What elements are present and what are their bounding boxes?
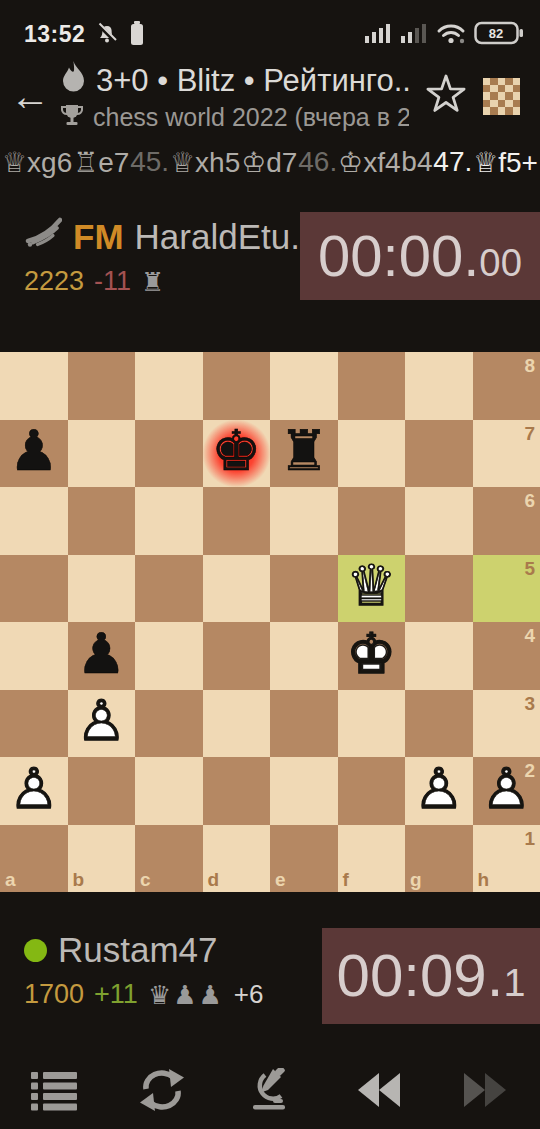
square-b7[interactable]: [68, 420, 136, 488]
mini-board-cell: [483, 85, 490, 92]
square-b3[interactable]: ♟: [68, 690, 136, 758]
svg-text:82: 82: [489, 26, 503, 41]
square-c1[interactable]: c: [135, 825, 203, 893]
black-pawn[interactable]: ♟: [9, 423, 59, 479]
battery-small-icon: [129, 20, 145, 50]
black-pawn[interactable]: ♟: [76, 626, 126, 682]
square-a1[interactable]: a: [0, 825, 68, 893]
mini-board-cell: [483, 78, 490, 85]
square-e7[interactable]: ♜: [270, 420, 338, 488]
file-label-c: c: [140, 870, 151, 889]
square-g6[interactable]: [405, 487, 473, 555]
square-f4[interactable]: ♚: [338, 622, 406, 690]
clock-top: 00:00.00: [300, 212, 540, 300]
move-token[interactable]: 46.: [298, 146, 337, 178]
square-h2[interactable]: 2♟: [473, 757, 540, 825]
mini-board-cell: [513, 100, 520, 107]
rating-diff-bottom: +11: [94, 979, 138, 1010]
move-list: ♕xg6♖e745.♕xh5♔d746.♔xf4b447.♕f5+: [0, 137, 540, 187]
square-h7[interactable]: 7: [473, 420, 540, 488]
square-h8[interactable]: 8: [473, 352, 540, 420]
square-d6[interactable]: [203, 487, 271, 555]
move-token[interactable]: ♔d7: [241, 146, 297, 179]
clock-bottom: 00:09.1: [322, 928, 540, 1024]
square-c8[interactable]: [135, 352, 203, 420]
white-pawn[interactable]: ♟: [9, 761, 59, 817]
file-label-f: f: [343, 870, 349, 889]
rank-label-8: 8: [524, 356, 535, 375]
mini-board-cell: [498, 92, 505, 99]
square-h4[interactable]: 4: [473, 622, 540, 690]
mini-board-cell: [513, 78, 520, 85]
square-g8[interactable]: [405, 352, 473, 420]
mini-board-icon[interactable]: [483, 78, 520, 115]
square-f3[interactable]: [338, 690, 406, 758]
mini-board-cell: [490, 85, 497, 92]
signal-bars-1-icon: [364, 22, 392, 48]
tournament-subtitle: chess world 2022 (вчера в 2...: [93, 103, 409, 132]
move-token[interactable]: b4: [401, 146, 432, 178]
square-h6[interactable]: 6: [473, 487, 540, 555]
square-c4[interactable]: [135, 622, 203, 690]
mini-board-cell: [505, 107, 512, 114]
mini-board-cell: [483, 92, 490, 99]
square-g7[interactable]: [405, 420, 473, 488]
patron-wing-icon: [24, 217, 62, 257]
square-e5[interactable]: [270, 555, 338, 623]
rewind-button[interactable]: [324, 1055, 432, 1129]
menu-list-button[interactable]: [0, 1055, 108, 1129]
move-token[interactable]: ♕f5+: [473, 146, 538, 179]
square-a4[interactable]: [0, 622, 68, 690]
square-e1[interactable]: e: [270, 825, 338, 893]
mini-board-cell: [490, 78, 497, 85]
move-token[interactable]: ♖e7: [73, 146, 129, 179]
move-token[interactable]: ♕xg6: [2, 146, 72, 179]
square-e8[interactable]: [270, 352, 338, 420]
square-f2[interactable]: [338, 757, 406, 825]
game-info-title: 3+0 • Blitz • Рейтинго...: [96, 63, 409, 99]
wifi-icon: [436, 21, 466, 49]
mini-board-cell: [505, 100, 512, 107]
rank-label-5: 5: [524, 559, 535, 578]
rating-diff-top: -11: [94, 266, 131, 297]
mini-board-cell: [513, 107, 520, 114]
square-b4[interactable]: ♟: [68, 622, 136, 690]
square-c5[interactable]: [135, 555, 203, 623]
trophy-icon: [60, 103, 84, 133]
flame-icon: [60, 60, 87, 102]
square-g5[interactable]: [405, 555, 473, 623]
square-f1[interactable]: f: [338, 825, 406, 893]
square-f8[interactable]: [338, 352, 406, 420]
file-label-a: a: [5, 870, 16, 889]
rank-label-3: 3: [524, 694, 535, 713]
captured-pieces-top: ♜: [141, 267, 166, 297]
mini-board-cell: [505, 78, 512, 85]
rank-label-4: 4: [524, 626, 535, 645]
player-title-top: FM: [73, 217, 124, 257]
square-f5[interactable]: ♛: [338, 555, 406, 623]
file-label-b: b: [73, 870, 85, 889]
mini-board-cell: [498, 107, 505, 114]
rewind-icon: [355, 1071, 401, 1113]
bottom-toolbar: [0, 1055, 540, 1129]
battery-level-icon: 82: [474, 21, 524, 49]
square-g2[interactable]: ♟: [405, 757, 473, 825]
square-e6[interactable]: [270, 487, 338, 555]
analysis-microscope-icon: [248, 1068, 292, 1116]
square-g3[interactable]: [405, 690, 473, 758]
file-label-h: h: [478, 870, 490, 889]
online-status-dot: [24, 939, 47, 962]
player-name-top[interactable]: HaraldEtu...: [135, 217, 320, 257]
square-c3[interactable]: [135, 690, 203, 758]
square-b2[interactable]: [68, 757, 136, 825]
mini-board-cell: [498, 78, 505, 85]
mini-board-cell: [498, 85, 505, 92]
signal-bars-2-icon: [400, 22, 428, 48]
square-c6[interactable]: [135, 487, 203, 555]
square-b1[interactable]: b: [68, 825, 136, 893]
file-label-g: g: [410, 870, 422, 889]
square-a5[interactable]: [0, 555, 68, 623]
rank-label-7: 7: [524, 424, 535, 443]
material-advantage: +6: [234, 979, 264, 1010]
square-h5[interactable]: 5: [473, 555, 540, 623]
rank-label-6: 6: [524, 491, 535, 510]
white-pawn[interactable]: ♟: [76, 693, 126, 749]
move-token[interactable]: ♔xf4: [338, 146, 400, 179]
mini-board-cell: [505, 92, 512, 99]
square-d4[interactable]: [203, 622, 271, 690]
white-king[interactable]: ♚: [346, 626, 396, 682]
move-token[interactable]: 45.: [130, 146, 169, 178]
player-panel-bottom: Rustam47 1700 +11 ♛♟♟ +6 00:09.1: [0, 892, 540, 1055]
file-label-e: e: [275, 870, 286, 889]
square-d5[interactable]: [203, 555, 271, 623]
player-panel-top: FM HaraldEtu... 2223 -11 ♜ 00:00.00: [0, 187, 540, 352]
mini-board-cell: [490, 100, 497, 107]
square-d2[interactable]: [203, 757, 271, 825]
move-token[interactable]: 47.: [433, 146, 472, 178]
header: ← 3+0 • Blitz • Рейтинго... chess world: [0, 55, 540, 137]
status-time: 13:52: [24, 21, 85, 48]
rating-top: 2223: [24, 266, 84, 297]
mini-board-cell: [490, 92, 497, 99]
square-c7[interactable]: [135, 420, 203, 488]
square-g4[interactable]: [405, 622, 473, 690]
square-a7[interactable]: ♟: [0, 420, 68, 488]
analysis-button[interactable]: [216, 1055, 324, 1129]
square-e4[interactable]: [270, 622, 338, 690]
status-bar: 13:52: [0, 0, 540, 55]
square-b5[interactable]: [68, 555, 136, 623]
back-button[interactable]: ←: [0, 76, 60, 116]
black-king[interactable]: ♚: [211, 423, 261, 479]
square-a3[interactable]: [0, 690, 68, 758]
square-e2[interactable]: [270, 757, 338, 825]
forward-button[interactable]: [432, 1055, 540, 1129]
square-b8[interactable]: [68, 352, 136, 420]
flip-board-button[interactable]: [108, 1055, 216, 1129]
mini-board-cell: [490, 107, 497, 114]
square-a6[interactable]: [0, 487, 68, 555]
captured-pieces-bottom: ♛♟♟: [148, 980, 224, 1010]
notifications-muted-icon: [95, 21, 119, 49]
move-token[interactable]: ♕xh5: [170, 146, 240, 179]
square-d1[interactable]: d: [203, 825, 271, 893]
white-queen[interactable]: ♛: [346, 558, 396, 614]
mini-board-cell: [505, 85, 512, 92]
square-a2[interactable]: ♟: [0, 757, 68, 825]
mini-board-cell: [513, 92, 520, 99]
chess-board: 8♟♚♜76♛5♟♚4♟3♟♟2♟abcdefg1h: [0, 352, 540, 892]
rating-bottom: 1700: [24, 979, 84, 1010]
square-a8[interactable]: [0, 352, 68, 420]
forward-icon: [463, 1071, 509, 1113]
mini-board-cell: [513, 85, 520, 92]
mini-board-cell: [483, 107, 490, 114]
square-d3[interactable]: [203, 690, 271, 758]
square-d8[interactable]: [203, 352, 271, 420]
star-bookmark-button[interactable]: [423, 71, 469, 121]
square-f7[interactable]: [338, 420, 406, 488]
square-g1[interactable]: g: [405, 825, 473, 893]
square-e3[interactable]: [270, 690, 338, 758]
black-rook[interactable]: ♜: [279, 423, 329, 479]
square-d7[interactable]: ♚: [203, 420, 271, 488]
file-label-d: d: [208, 870, 220, 889]
rank-label-1: 1: [524, 829, 535, 848]
square-h1[interactable]: 1h: [473, 825, 540, 893]
menu-list-icon: [31, 1069, 77, 1115]
flip-board-icon: [139, 1068, 185, 1116]
white-pawn[interactable]: ♟: [414, 761, 464, 817]
mini-board-cell: [498, 100, 505, 107]
square-f6[interactable]: [338, 487, 406, 555]
white-pawn[interactable]: ♟: [481, 761, 531, 817]
player-name-bottom[interactable]: Rustam47: [58, 930, 218, 970]
square-b6[interactable]: [68, 487, 136, 555]
square-h3[interactable]: 3: [473, 690, 540, 758]
mini-board-cell: [483, 100, 490, 107]
square-c2[interactable]: [135, 757, 203, 825]
